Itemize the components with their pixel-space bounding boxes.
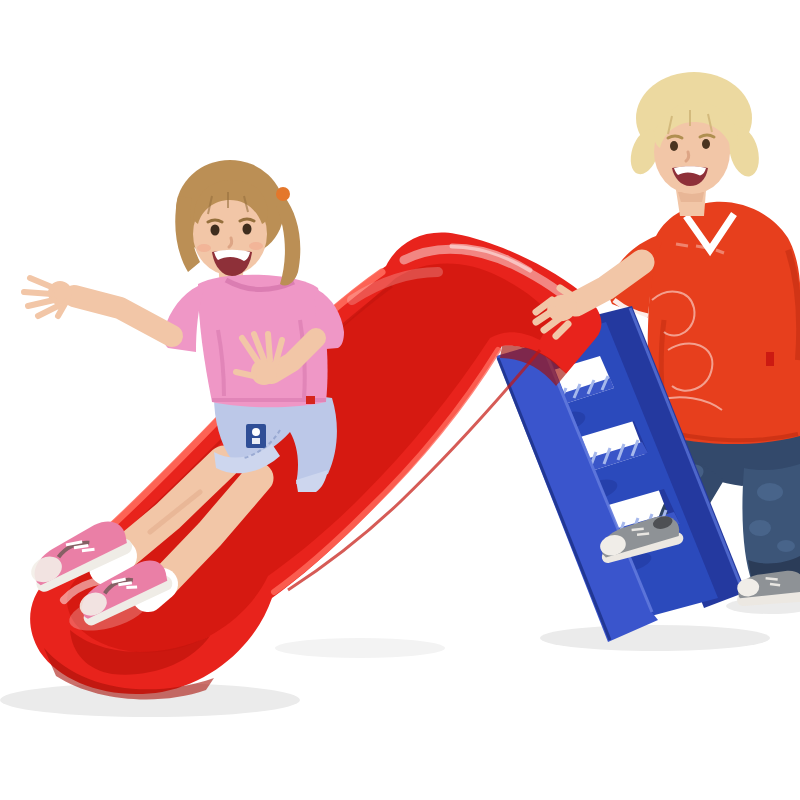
girl-blush-right — [249, 242, 263, 250]
photo-stage — [0, 0, 800, 800]
boy-eye-left — [670, 141, 678, 151]
girl-eye-left — [211, 225, 220, 236]
girl-hair-tie — [276, 187, 290, 201]
jeans-distress-2 — [749, 520, 771, 536]
girl-blush-left — [197, 244, 211, 252]
girl-shorts-patch-glyph-2 — [252, 438, 260, 444]
girl-shorts-patch-glyph — [252, 428, 260, 436]
boy-eye-right — [702, 139, 710, 149]
children-slide-photo — [0, 0, 800, 800]
shadow-under-ladder — [540, 625, 770, 651]
shadow-under-chute — [275, 638, 445, 658]
boy-shirt-tag — [766, 352, 774, 366]
girl-shirt-tag — [306, 396, 315, 404]
jeans-distress-3 — [777, 540, 795, 552]
jeans-distress-1 — [757, 483, 783, 501]
girl-eye-right — [243, 224, 252, 235]
